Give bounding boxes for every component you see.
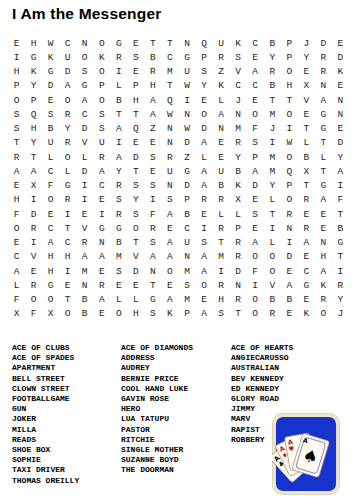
grid-cell: T (161, 79, 178, 93)
grid-cell: U (213, 36, 230, 50)
grid-cell: H (144, 79, 161, 93)
grid-cell: Z (213, 65, 230, 79)
grid-cell: N (76, 36, 93, 50)
grid-cell: Y (25, 136, 42, 150)
grid-cell: W (42, 36, 59, 50)
grid-cell: J (332, 307, 349, 321)
grid-cell: V (76, 136, 93, 150)
grid-cell: T (127, 164, 144, 178)
grid-cell: E (127, 136, 144, 150)
grid-cell: S (76, 65, 93, 79)
grid-cell: R (298, 221, 315, 235)
grid-cell: U (42, 136, 59, 150)
grid-cell: M (161, 65, 178, 79)
grid-cell: H (281, 79, 298, 93)
grid-cell: B (178, 207, 195, 221)
grid-cell: Z (178, 150, 195, 164)
grid-cell: I (332, 179, 349, 193)
grid-cell: L (59, 164, 76, 178)
grid-cell: A (144, 250, 161, 264)
grid-cell: Q (25, 107, 42, 121)
grid-cell: R (93, 278, 110, 292)
grid-cell: G (178, 164, 195, 178)
grid-cell: O (25, 293, 42, 307)
grid-cell: O (247, 107, 264, 121)
grid-cell: M (76, 264, 93, 278)
grid-cell: B (264, 293, 281, 307)
grid-cell: F (42, 179, 59, 193)
grid-cell: G (93, 221, 110, 235)
grid-cell: H (42, 250, 59, 264)
grid-cell: E (213, 136, 230, 150)
word-list-item: SUZANNE BOYD (121, 455, 231, 465)
grid-cell: A (110, 150, 127, 164)
grid-cell: R (230, 293, 247, 307)
grid-cell: W (281, 136, 298, 150)
grid-cell: B (281, 293, 298, 307)
grid-cell: X (8, 307, 25, 321)
grid-cell: C (247, 79, 264, 93)
grid-cell: A (59, 79, 76, 93)
grid-cell: G (76, 79, 93, 93)
grid-cell: E (127, 36, 144, 50)
grid-cell: N (178, 107, 195, 121)
grid-cell: N (213, 122, 230, 136)
word-list-item: SINGLE MOTHER (121, 445, 231, 455)
grid-cell: Y (264, 179, 281, 193)
grid-cell: S (178, 278, 195, 292)
grid-cell: F (8, 293, 25, 307)
grid-cell: R (93, 150, 110, 164)
grid-cell: A (8, 164, 25, 178)
grid-cell: L (110, 79, 127, 93)
grid-cell: B (298, 150, 315, 164)
grid-cell: Y (298, 50, 315, 64)
grid-cell: G (298, 278, 315, 292)
grid-cell: R (59, 107, 76, 121)
grid-cell: U (178, 65, 195, 79)
grid-cell: I (76, 179, 93, 193)
grid-cell: A (247, 236, 264, 250)
grid-cell: N (230, 107, 247, 121)
grid-cell: S (144, 179, 161, 193)
grid-cell: D (230, 264, 247, 278)
grid-cell: S (247, 136, 264, 150)
grid-cell: R (59, 193, 76, 207)
grid-cell: E (93, 193, 110, 207)
grid-cell: O (42, 193, 59, 207)
grid-cell: G (110, 36, 127, 50)
grid-cell: N (161, 136, 178, 150)
grid-cell: X (298, 164, 315, 178)
grid-cell: E (161, 278, 178, 292)
grid-cell: P (196, 50, 213, 64)
grid-cell: A (247, 164, 264, 178)
grid-cell: E (298, 65, 315, 79)
word-column-1: ACE OF CLUBSACE OF SPADESAPARTMENTBELL S… (12, 343, 121, 486)
grid-cell: S (161, 193, 178, 207)
grid-cell: G (144, 293, 161, 307)
grid-cell: Y (196, 79, 213, 93)
grid-cell: A (76, 250, 93, 264)
grid-cell: E (42, 93, 59, 107)
grid-cell: O (76, 50, 93, 64)
grid-cell: Q (161, 93, 178, 107)
grid-cell: P (281, 179, 298, 193)
grid-cell: Q (127, 122, 144, 136)
grid-cell: S (144, 150, 161, 164)
grid-cell: O (8, 221, 25, 235)
grid-cell: T (213, 236, 230, 250)
grid-cell: I (332, 264, 349, 278)
grid-cell: D (127, 264, 144, 278)
grid-cell: S (196, 65, 213, 79)
grid-cell: U (213, 164, 230, 178)
word-list-item: SHOE BOX (12, 445, 121, 455)
grid-cell: S (127, 207, 144, 221)
grid-cell: T (59, 221, 76, 235)
grid-cell: F (8, 207, 25, 221)
grid-cell: S (110, 193, 127, 207)
grid-cell: F (247, 264, 264, 278)
grid-cell: Q (196, 36, 213, 50)
grid-cell: L (196, 150, 213, 164)
grid-cell: G (42, 278, 59, 292)
grid-cell: R (213, 278, 230, 292)
grid-cell: K (213, 79, 230, 93)
word-list-item: ACE OF CLUBS (12, 343, 121, 353)
grid-cell: L (264, 236, 281, 250)
grid-cell: I (178, 93, 195, 107)
grid-cell: X (298, 79, 315, 93)
grid-cell: A (93, 164, 110, 178)
grid-cell: F (25, 307, 42, 321)
grid-cell: O (42, 293, 59, 307)
word-list-item: READS (12, 435, 121, 445)
grid-cell: K (230, 36, 247, 50)
grid-cell: H (42, 264, 59, 278)
grid-cell: V (230, 65, 247, 79)
grid-cell: I (93, 207, 110, 221)
grid-cell: K (315, 278, 332, 292)
grid-cell: E (298, 250, 315, 264)
grid-cell: E (247, 93, 264, 107)
grid-cell: D (247, 179, 264, 193)
grid-cell: D (25, 207, 42, 221)
grid-cell: J (230, 93, 247, 107)
grid-cell: D (332, 50, 349, 64)
grid-cell: H (127, 93, 144, 107)
grid-cell: N (230, 278, 247, 292)
grid-cell: A (196, 179, 213, 193)
grid-cell: P (247, 150, 264, 164)
grid-cell: R (213, 221, 230, 235)
grid-cell: A (25, 164, 42, 178)
word-column-2: ACE OF DIAMONDSADDRESSAUDREYBERNIE PRICE… (121, 343, 231, 486)
grid-cell: Q (281, 164, 298, 178)
grid-cell: X (230, 193, 247, 207)
grid-cell: O (93, 36, 110, 50)
grid-cell: B (110, 93, 127, 107)
grid-cell: K (161, 307, 178, 321)
grid-cell: B (264, 36, 281, 50)
grid-cell: E (315, 207, 332, 221)
grid-cell: R (230, 250, 247, 264)
grid-cell: Y (25, 79, 42, 93)
grid-cell: V (76, 221, 93, 235)
grid-cell: H (25, 36, 42, 50)
grid-cell: J (264, 122, 281, 136)
grid-cell: C (59, 236, 76, 250)
grid-cell: E (93, 307, 110, 321)
grid-cell: I (59, 207, 76, 221)
grid-cell: E (196, 293, 213, 307)
grid-cell: E (144, 164, 161, 178)
word-list-item: ANGIECARUSSO (231, 353, 293, 363)
grid-cell: D (59, 65, 76, 79)
grid-cell: B (264, 79, 281, 93)
grid-cell: B (213, 179, 230, 193)
grid-cell: P (178, 307, 195, 321)
grid-cell: U (59, 50, 76, 64)
grid-cell: C (42, 164, 59, 178)
grid-cell: Y (332, 293, 349, 307)
grid-cell: M (110, 250, 127, 264)
grid-cell: O (315, 307, 332, 321)
grid-cell: A (196, 307, 213, 321)
grid-cell: R (213, 193, 230, 207)
grid-cell: I (264, 136, 281, 150)
word-list-item: GUN (12, 404, 121, 414)
grid-cell: E (281, 307, 298, 321)
grid-cell: T (264, 93, 281, 107)
grid-cell: V (298, 93, 315, 107)
grid-cell: E (161, 221, 178, 235)
grid-cell: O (110, 307, 127, 321)
grid-cell: T (8, 136, 25, 150)
grid-cell: I (196, 221, 213, 235)
grid-cell: G (332, 236, 349, 250)
grid-cell: A (332, 164, 349, 178)
grid-cell: D (178, 136, 195, 150)
playing-cards-icon: A ♣ A ♦ A ♥ A ♠ (272, 413, 340, 495)
grid-cell: E (127, 65, 144, 79)
grid-cell: N (281, 221, 298, 235)
grid-cell: T (127, 236, 144, 250)
grid-cell: A (315, 93, 332, 107)
word-list-item: APARTMENT (12, 363, 121, 373)
grid-cell: I (76, 193, 93, 207)
grid-cell: R (110, 50, 127, 64)
grid-cell: A (110, 122, 127, 136)
grid-cell: R (264, 307, 281, 321)
grid-cell: E (76, 207, 93, 221)
grid-cell: D (315, 36, 332, 50)
grid-cell: T (264, 207, 281, 221)
grid-cell: I (144, 193, 161, 207)
grid-cell: G (178, 50, 195, 64)
word-list-item: RITCHIE (121, 435, 231, 445)
grid-cell: S (230, 50, 247, 64)
grid-cell: G (42, 65, 59, 79)
grid-cell: T (59, 293, 76, 307)
grid-cell: A (161, 250, 178, 264)
grid-cell: L (264, 193, 281, 207)
grid-cell: R (144, 221, 161, 235)
grid-cell: E (315, 221, 332, 235)
word-list-item: LUA TATUPU (121, 414, 231, 424)
word-list-item: BEV KENNEDY (231, 374, 293, 384)
grid-cell: L (230, 207, 247, 221)
grid-cell: X (25, 179, 42, 193)
grid-cell: I (264, 221, 281, 235)
grid-cell: E (93, 264, 110, 278)
grid-cell: A (298, 236, 315, 250)
grid-cell: S (42, 107, 59, 121)
grid-cell: O (93, 93, 110, 107)
grid-cell: E (110, 278, 127, 292)
grid-cell: T (25, 150, 42, 164)
grid-cell: P (25, 93, 42, 107)
grid-cell: E (281, 264, 298, 278)
grid-cell: Z (144, 122, 161, 136)
grid-cell: S (127, 50, 144, 64)
grid-cell: A (144, 93, 161, 107)
grid-cell: Y (127, 193, 144, 207)
grid-cell: E (42, 207, 59, 221)
grid-cell: T (298, 122, 315, 136)
grid-cell: R (281, 207, 298, 221)
grid-cell: G (25, 50, 42, 64)
grid-cell: C (8, 250, 25, 264)
grid-cell: I (213, 264, 230, 278)
grid-cell: T (161, 36, 178, 50)
grid-cell: R (196, 193, 213, 207)
grid-cell: B (332, 221, 349, 235)
word-search-grid: EHWCNOGETTNQUKCBPJDEIGKUOKRSBCGPRSEYPYRD… (8, 36, 349, 321)
grid-cell: P (281, 50, 298, 64)
grid-cell: U (161, 164, 178, 178)
grid-cell: A (213, 107, 230, 121)
grid-cell: E (332, 79, 349, 93)
grid-cell: R (144, 65, 161, 79)
grid-cell: O (264, 264, 281, 278)
grid-cell: T (298, 179, 315, 193)
grid-cell: Y (264, 50, 281, 64)
grid-cell: C (42, 221, 59, 235)
grid-cell: D (281, 250, 298, 264)
grid-cell: K (298, 307, 315, 321)
grid-cell: C (161, 50, 178, 64)
grid-cell: U (93, 136, 110, 150)
grid-cell: W (178, 79, 195, 93)
grid-cell: C (247, 36, 264, 50)
grid-cell: A (76, 93, 93, 107)
grid-cell: I (110, 65, 127, 79)
grid-cell: O (281, 65, 298, 79)
grid-cell: D (332, 136, 349, 150)
grid-cell: I (25, 236, 42, 250)
grid-cell: S (144, 307, 161, 321)
grid-cell: I (25, 193, 42, 207)
grid-cell: E (144, 136, 161, 150)
grid-cell: G (110, 221, 127, 235)
grid-cell: O (264, 250, 281, 264)
grid-cell: I (8, 50, 25, 64)
grid-cell: S (213, 307, 230, 321)
grid-cell: N (315, 236, 332, 250)
grid-cell: D (76, 122, 93, 136)
grid-cell: S (110, 264, 127, 278)
grid-cell: T (281, 93, 298, 107)
grid-cell: Y (110, 164, 127, 178)
grid-cell: M (264, 150, 281, 164)
word-list-item: PASTOR (121, 425, 231, 435)
grid-cell: P (230, 221, 247, 235)
grid-cell: L (127, 293, 144, 307)
grid-cell: J (298, 36, 315, 50)
grid-cell: R (8, 150, 25, 164)
grid-cell: E (247, 221, 264, 235)
grid-cell: R (25, 221, 42, 235)
grid-cell: M (264, 107, 281, 121)
grid-cell: G (315, 107, 332, 121)
grid-cell: R (213, 50, 230, 64)
grid-cell: T (315, 136, 332, 150)
grid-cell: F (144, 207, 161, 221)
grid-cell: K (25, 65, 42, 79)
grid-cell: N (161, 179, 178, 193)
grid-cell: H (59, 250, 76, 264)
page-title: I Am the Messenger (12, 5, 161, 23)
grid-cell: O (161, 264, 178, 278)
grid-cell: D (178, 179, 195, 193)
grid-cell: U (178, 236, 195, 250)
grid-cell: R (230, 136, 247, 150)
grid-cell: M (213, 250, 230, 264)
grid-cell: K (42, 50, 59, 64)
grid-cell: G (59, 179, 76, 193)
grid-cell: O (281, 150, 298, 164)
grid-cell: T (127, 107, 144, 121)
grid-cell: S (247, 207, 264, 221)
grid-cell: R (25, 278, 42, 292)
grid-cell: A (42, 236, 59, 250)
grid-cell: F (332, 193, 349, 207)
grid-cell: A (281, 278, 298, 292)
grid-cell: S (196, 236, 213, 250)
grid-cell: N (332, 107, 349, 121)
grid-cell: V (25, 250, 42, 264)
grid-cell: E (8, 179, 25, 193)
grid-cell: L (42, 150, 59, 164)
grid-cell: N (178, 36, 195, 50)
grid-cell: R (110, 207, 127, 221)
grid-cell: L (76, 150, 93, 164)
grid-cell: C (93, 179, 110, 193)
grid-cell: N (93, 236, 110, 250)
word-list-item: ACE OF HEARTS (231, 343, 293, 353)
word-list-item: GLORY ROAD (231, 394, 293, 404)
word-list-item: THE DOORMAN (121, 465, 231, 475)
grid-cell: R (264, 65, 281, 79)
word-list-item: ACE OF SPADES (12, 353, 121, 363)
grid-cell: L (213, 207, 230, 221)
grid-cell: W (178, 122, 195, 136)
grid-cell: A (161, 236, 178, 250)
grid-cell: D (76, 164, 93, 178)
grid-cell: L (298, 136, 315, 150)
